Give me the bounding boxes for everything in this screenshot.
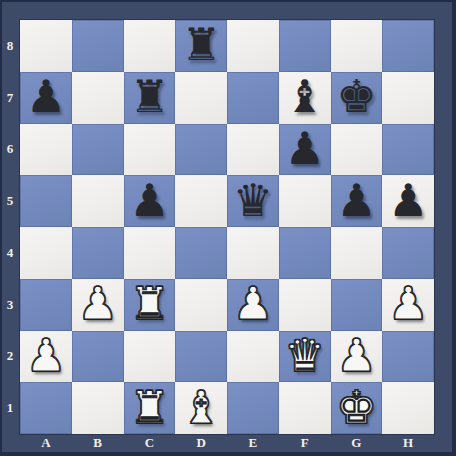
square-d1[interactable]: ♝ [175, 382, 227, 434]
square-e2[interactable] [227, 331, 279, 383]
square-f8[interactable] [279, 20, 331, 72]
square-a8[interactable] [20, 20, 72, 72]
square-e6[interactable] [227, 124, 279, 176]
square-b8[interactable] [72, 20, 124, 72]
square-h5[interactable]: ♟ [382, 175, 434, 227]
square-g7[interactable]: ♚ [331, 72, 383, 124]
square-e3[interactable]: ♟ [227, 279, 279, 331]
piece-black-rook[interactable]: ♜ [129, 74, 169, 119]
square-g2[interactable]: ♟ [331, 331, 383, 383]
square-d7[interactable] [175, 72, 227, 124]
square-h6[interactable] [382, 124, 434, 176]
square-c4[interactable] [124, 227, 176, 279]
square-g3[interactable] [331, 279, 383, 331]
square-h4[interactable] [382, 227, 434, 279]
piece-white-pawn[interactable]: ♟ [336, 333, 376, 378]
square-b6[interactable] [72, 124, 124, 176]
rank-label-3: 3 [0, 279, 20, 331]
square-b4[interactable] [72, 227, 124, 279]
rank-label-8: 8 [0, 20, 20, 72]
square-d5[interactable] [175, 175, 227, 227]
square-c3[interactable]: ♜ [124, 279, 176, 331]
file-label-b: B [72, 434, 124, 454]
piece-white-bishop[interactable]: ♝ [181, 385, 221, 430]
square-c1[interactable]: ♜ [124, 382, 176, 434]
square-b2[interactable] [72, 331, 124, 383]
rank-label-2: 2 [0, 331, 20, 383]
square-h8[interactable] [382, 20, 434, 72]
chess-board: ♜♟♜♝♚♟♟♛♟♟♟♜♟♟♟♛♟♜♝♚ [20, 20, 434, 434]
square-c8[interactable] [124, 20, 176, 72]
piece-black-king[interactable]: ♚ [336, 74, 376, 119]
square-d6[interactable] [175, 124, 227, 176]
file-label-g: G [331, 434, 383, 454]
square-e1[interactable] [227, 382, 279, 434]
file-label-f: F [279, 434, 331, 454]
piece-black-rook[interactable]: ♜ [181, 22, 221, 67]
file-label-e: E [227, 434, 279, 454]
square-g6[interactable] [331, 124, 383, 176]
square-b7[interactable] [72, 72, 124, 124]
square-e5[interactable]: ♛ [227, 175, 279, 227]
piece-white-pawn[interactable]: ♟ [233, 281, 273, 326]
piece-white-pawn[interactable]: ♟ [26, 333, 66, 378]
square-a7[interactable]: ♟ [20, 72, 72, 124]
square-a5[interactable] [20, 175, 72, 227]
square-c5[interactable]: ♟ [124, 175, 176, 227]
chess-board-frame: 87654321 ♜♟♜♝♚♟♟♛♟♟♟♜♟♟♟♛♟♜♝♚ ABCDEFGH [0, 0, 456, 456]
piece-black-pawn[interactable]: ♟ [284, 126, 324, 171]
square-e8[interactable] [227, 20, 279, 72]
piece-black-bishop[interactable]: ♝ [284, 74, 324, 119]
square-d8[interactable]: ♜ [175, 20, 227, 72]
square-a2[interactable]: ♟ [20, 331, 72, 383]
square-c7[interactable]: ♜ [124, 72, 176, 124]
square-h3[interactable]: ♟ [382, 279, 434, 331]
piece-black-pawn[interactable]: ♟ [336, 178, 376, 223]
square-a4[interactable] [20, 227, 72, 279]
square-b3[interactable]: ♟ [72, 279, 124, 331]
file-labels: ABCDEFGH [20, 434, 434, 454]
piece-black-pawn[interactable]: ♟ [388, 178, 428, 223]
piece-white-queen[interactable]: ♛ [284, 333, 324, 378]
rank-label-7: 7 [0, 72, 20, 124]
piece-white-pawn[interactable]: ♟ [77, 281, 117, 326]
square-a6[interactable] [20, 124, 72, 176]
square-g1[interactable]: ♚ [331, 382, 383, 434]
piece-white-rook[interactable]: ♜ [129, 281, 169, 326]
square-f3[interactable] [279, 279, 331, 331]
piece-black-pawn[interactable]: ♟ [129, 178, 169, 223]
square-f2[interactable]: ♛ [279, 331, 331, 383]
square-g4[interactable] [331, 227, 383, 279]
square-a3[interactable] [20, 279, 72, 331]
square-h1[interactable] [382, 382, 434, 434]
square-b5[interactable] [72, 175, 124, 227]
square-b1[interactable] [72, 382, 124, 434]
square-f5[interactable] [279, 175, 331, 227]
square-f7[interactable]: ♝ [279, 72, 331, 124]
rank-label-4: 4 [0, 227, 20, 279]
square-d3[interactable] [175, 279, 227, 331]
square-g5[interactable]: ♟ [331, 175, 383, 227]
square-f6[interactable]: ♟ [279, 124, 331, 176]
square-d4[interactable] [175, 227, 227, 279]
square-g8[interactable] [331, 20, 383, 72]
square-f1[interactable] [279, 382, 331, 434]
piece-white-rook[interactable]: ♜ [129, 385, 169, 430]
square-d2[interactable] [175, 331, 227, 383]
piece-black-pawn[interactable]: ♟ [26, 74, 66, 119]
square-c2[interactable] [124, 331, 176, 383]
square-h7[interactable] [382, 72, 434, 124]
file-label-c: C [124, 434, 176, 454]
rank-labels: 87654321 [0, 20, 20, 434]
square-e4[interactable] [227, 227, 279, 279]
rank-label-6: 6 [0, 124, 20, 176]
piece-white-king[interactable]: ♚ [336, 385, 376, 430]
file-label-d: D [175, 434, 227, 454]
rank-label-5: 5 [0, 175, 20, 227]
square-e7[interactable] [227, 72, 279, 124]
file-label-h: H [382, 434, 434, 454]
square-c6[interactable] [124, 124, 176, 176]
square-a1[interactable] [20, 382, 72, 434]
piece-white-pawn[interactable]: ♟ [388, 281, 428, 326]
file-label-a: A [20, 434, 72, 454]
piece-black-queen[interactable]: ♛ [233, 178, 273, 223]
square-f4[interactable] [279, 227, 331, 279]
rank-label-1: 1 [0, 382, 20, 434]
square-h2[interactable] [382, 331, 434, 383]
